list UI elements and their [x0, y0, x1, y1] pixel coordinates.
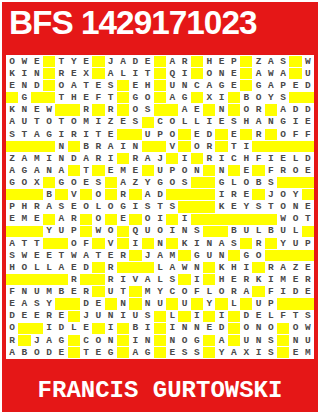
blank-cell: [154, 104, 166, 115]
blank-cell: [117, 238, 129, 249]
letter-cell: P: [302, 238, 314, 249]
letter-cell: I: [178, 214, 190, 225]
letter-cell: N: [43, 165, 55, 176]
blank-cell: [178, 311, 190, 322]
letter-cell: A: [6, 165, 18, 176]
blank-cell: [166, 214, 178, 225]
letter-cell: O: [31, 347, 43, 358]
letter-cell: O: [166, 117, 178, 128]
letter-cell: D: [240, 311, 252, 322]
letter-cell: O: [68, 117, 80, 128]
blank-cell: [6, 92, 18, 103]
letter-cell: R: [265, 262, 277, 273]
letter-cell: N: [178, 80, 190, 91]
letter-cell: E: [6, 214, 18, 225]
letter-cell: U: [240, 335, 252, 346]
letter-cell: R: [117, 250, 129, 261]
author-name: FRANCIS GURTOWSKI: [2, 377, 318, 404]
letter-cell: G: [18, 165, 30, 176]
letter-cell: E: [92, 80, 104, 91]
letter-cell: F: [252, 153, 264, 164]
letter-cell: A: [105, 68, 117, 79]
letter-cell: L: [289, 153, 301, 164]
letter-cell: G: [105, 347, 117, 358]
blank-cell: [92, 323, 104, 334]
blank-cell: [228, 214, 240, 225]
blank-cell: [203, 189, 215, 200]
letter-cell: L: [265, 311, 277, 322]
letter-cell: O: [191, 141, 203, 152]
letter-cell: U: [277, 226, 289, 237]
letter-cell: E: [31, 56, 43, 67]
letter-cell: B: [129, 323, 141, 334]
letter-cell: U: [105, 286, 117, 297]
letter-cell: O: [240, 323, 252, 334]
letter-cell: R: [6, 335, 18, 346]
letter-cell: N: [18, 286, 30, 297]
letter-cell: A: [6, 117, 18, 128]
letter-cell: J: [142, 250, 154, 261]
blank-cell: [215, 214, 227, 225]
letter-cell: I: [289, 117, 301, 128]
blank-cell: [215, 141, 227, 152]
letter-cell: H: [240, 153, 252, 164]
letter-cell: U: [178, 298, 190, 309]
letter-cell: R: [129, 153, 141, 164]
letter-cell: I: [117, 311, 129, 322]
letter-cell: F: [92, 92, 104, 103]
blank-cell: [18, 335, 30, 346]
letter-cell: Y: [289, 189, 301, 200]
cover-title: BFS 1429171023: [9, 3, 309, 42]
blank-cell: [142, 141, 154, 152]
letter-cell: O: [240, 177, 252, 188]
letter-cell: T: [55, 56, 67, 67]
letter-cell: I: [215, 189, 227, 200]
letter-cell: A: [129, 347, 141, 358]
blank-cell: [129, 262, 141, 273]
blank-cell: [302, 189, 314, 200]
letter-cell: R: [92, 153, 104, 164]
letter-cell: B: [43, 189, 55, 200]
blank-cell: [277, 323, 289, 334]
letter-cell: N: [215, 104, 227, 115]
letter-cell: C: [191, 80, 203, 91]
letter-cell: T: [117, 286, 129, 297]
blank-cell: [31, 189, 43, 200]
letter-cell: T: [228, 141, 240, 152]
letter-cell: Q: [166, 68, 178, 79]
letter-cell: O: [240, 104, 252, 115]
letter-cell: I: [277, 286, 289, 297]
blank-cell: [18, 189, 30, 200]
letter-cell: I: [55, 129, 67, 140]
letter-cell: K: [215, 262, 227, 273]
letter-cell: E: [142, 56, 154, 67]
letter-cell: N: [166, 335, 178, 346]
letter-cell: Z: [252, 56, 264, 67]
letter-cell: N: [154, 238, 166, 249]
letter-cell: L: [228, 298, 240, 309]
blank-cell: [203, 201, 215, 212]
letter-cell: O: [80, 201, 92, 212]
letter-cell: I: [240, 262, 252, 273]
letter-cell: F: [80, 238, 92, 249]
letter-cell: F: [302, 129, 314, 140]
blank-cell: [68, 335, 80, 346]
letter-cell: K: [215, 201, 227, 212]
letter-cell: T: [31, 238, 43, 249]
letter-cell: N: [105, 335, 117, 346]
blank-cell: [18, 323, 30, 334]
letter-cell: H: [215, 274, 227, 285]
letter-cell: E: [55, 311, 67, 322]
letter-cell: N: [117, 298, 129, 309]
letter-cell: N: [265, 117, 277, 128]
blank-cell: [265, 104, 277, 115]
letter-cell: S: [142, 201, 154, 212]
blank-cell: [228, 165, 240, 176]
letter-cell: U: [142, 226, 154, 237]
letter-cell: W: [302, 323, 314, 334]
blank-cell: [142, 117, 154, 128]
letter-cell: M: [142, 286, 154, 297]
blank-cell: [80, 274, 92, 285]
letter-cell: D: [31, 80, 43, 91]
blank-cell: [43, 238, 55, 249]
letter-cell: E: [240, 165, 252, 176]
letter-cell: D: [129, 56, 141, 67]
letter-cell: E: [166, 347, 178, 358]
letter-cell: E: [191, 104, 203, 115]
letter-cell: T: [18, 238, 30, 249]
letter-cell: U: [55, 226, 67, 237]
letter-cell: D: [80, 262, 92, 273]
letter-cell: E: [117, 214, 129, 225]
letter-cell: S: [166, 274, 178, 285]
letter-cell: Y: [43, 226, 55, 237]
blank-cell: [117, 92, 129, 103]
letter-cell: T: [92, 129, 104, 140]
letter-cell: O: [92, 214, 104, 225]
letter-cell: I: [191, 274, 203, 285]
letter-cell: T: [55, 117, 67, 128]
blank-cell: [154, 80, 166, 91]
letter-cell: N: [31, 68, 43, 79]
letter-cell: A: [18, 298, 30, 309]
blank-cell: [252, 165, 264, 176]
blank-cell: [154, 141, 166, 152]
letter-cell: O: [178, 335, 190, 346]
letter-cell: D: [68, 153, 80, 164]
letter-cell: I: [252, 347, 264, 358]
letter-cell: Y: [154, 286, 166, 297]
letter-cell: E: [129, 80, 141, 91]
letter-cell: R: [31, 201, 43, 212]
blank-cell: [302, 226, 314, 237]
blank-cell: [92, 104, 104, 115]
letter-cell: Y: [277, 238, 289, 249]
letter-cell: S: [178, 177, 190, 188]
letter-cell: H: [228, 262, 240, 273]
letter-cell: R: [277, 165, 289, 176]
letter-cell: E: [228, 68, 240, 79]
letter-cell: R: [240, 274, 252, 285]
letter-cell: A: [154, 250, 166, 261]
letter-cell: N: [18, 80, 30, 91]
letter-cell: N: [191, 323, 203, 334]
letter-cell: O: [215, 286, 227, 297]
blank-cell: [240, 129, 252, 140]
letter-cell: O: [203, 68, 215, 79]
letter-cell: A: [55, 262, 67, 273]
letter-cell: E: [68, 201, 80, 212]
letter-cell: E: [277, 153, 289, 164]
letter-cell: U: [302, 335, 314, 346]
letter-cell: S: [277, 92, 289, 103]
blank-cell: [18, 141, 30, 152]
blank-cell: [302, 298, 314, 309]
letter-cell: N: [142, 298, 154, 309]
blank-cell: [92, 286, 104, 297]
letter-cell: N: [215, 250, 227, 261]
letter-cell: Y: [203, 298, 215, 309]
letter-cell: T: [80, 165, 92, 176]
letter-cell: Z: [129, 177, 141, 188]
letter-cell: A: [178, 104, 190, 115]
blank-cell: [43, 177, 55, 188]
letter-cell: N: [215, 165, 227, 176]
letter-cell: T: [18, 129, 30, 140]
letter-cell: E: [289, 274, 301, 285]
letter-cell: O: [92, 335, 104, 346]
letter-cell: R: [302, 274, 314, 285]
letter-cell: R: [203, 153, 215, 164]
letter-cell: V: [105, 238, 117, 249]
letter-cell: Z: [105, 117, 117, 128]
blank-cell: [228, 335, 240, 346]
letter-cell: U: [154, 165, 166, 176]
letter-cell: W: [18, 250, 30, 261]
letter-cell: R: [203, 141, 215, 152]
blank-cell: [265, 250, 277, 261]
blank-cell: [55, 298, 67, 309]
letter-cell: I: [265, 153, 277, 164]
blank-cell: [178, 129, 190, 140]
letter-cell: K: [252, 274, 264, 285]
blank-cell: [252, 286, 264, 297]
letter-cell: U: [129, 311, 141, 322]
letter-cell: D: [6, 311, 18, 322]
blank-cell: [178, 189, 190, 200]
blank-cell: [289, 177, 301, 188]
blank-cell: [154, 323, 166, 334]
letter-cell: A: [142, 274, 154, 285]
letter-cell: T: [154, 201, 166, 212]
letter-cell: V: [166, 141, 178, 152]
letter-cell: N: [105, 311, 117, 322]
blank-cell: [68, 104, 80, 115]
blank-cell: [228, 323, 240, 334]
letter-cell: I: [178, 68, 190, 79]
letter-cell: L: [203, 286, 215, 297]
letter-cell: A: [80, 250, 92, 261]
blank-cell: [68, 165, 80, 176]
letter-cell: G: [117, 201, 129, 212]
letter-cell: C: [80, 335, 92, 346]
blank-cell: [203, 104, 215, 115]
letter-cell: N: [142, 335, 154, 346]
letter-cell: I: [105, 323, 117, 334]
letter-cell: E: [289, 80, 301, 91]
letter-cell: O: [142, 214, 154, 225]
blank-cell: [68, 347, 80, 358]
blank-cell: [228, 311, 240, 322]
blank-cell: [142, 238, 154, 249]
letter-cell: S: [265, 335, 277, 346]
letter-cell: S: [302, 311, 314, 322]
blank-cell: [92, 238, 104, 249]
letter-cell: T: [302, 214, 314, 225]
letter-cell: U: [142, 129, 154, 140]
letter-cell: E: [129, 165, 141, 176]
blank-cell: [166, 238, 178, 249]
letter-cell: A: [265, 80, 277, 91]
letter-cell: O: [265, 323, 277, 334]
letter-cell: M: [277, 274, 289, 285]
blank-cell: [203, 262, 215, 273]
letter-cell: N: [215, 68, 227, 79]
letter-cell: L: [191, 117, 203, 128]
letter-cell: E: [68, 68, 80, 79]
letter-cell: E: [68, 262, 80, 273]
letter-cell: I: [215, 153, 227, 164]
letter-cell: N: [252, 323, 264, 334]
blank-cell: [240, 214, 252, 225]
blank-cell: [154, 311, 166, 322]
letter-cell: E: [105, 165, 117, 176]
blank-cell: [18, 226, 30, 237]
blank-cell: [117, 153, 129, 164]
letter-cell: P: [6, 201, 18, 212]
blank-cell: [191, 298, 203, 309]
blank-cell: [43, 56, 55, 67]
letter-cell: A: [43, 201, 55, 212]
letter-cell: D: [302, 80, 314, 91]
letter-cell: G: [215, 177, 227, 188]
letter-cell: A: [228, 347, 240, 358]
blank-cell: [265, 129, 277, 140]
letter-cell: A: [31, 129, 43, 140]
letter-cell: O: [105, 201, 117, 212]
letter-cell: I: [166, 226, 178, 237]
letter-cell: E: [92, 298, 104, 309]
letter-cell: E: [92, 347, 104, 358]
letter-cell: O: [43, 117, 55, 128]
letter-cell: I: [117, 141, 129, 152]
letter-cell: X: [240, 347, 252, 358]
blank-cell: [18, 274, 30, 285]
letter-cell: X: [80, 68, 92, 79]
letter-cell: O: [68, 177, 80, 188]
letter-cell: N: [178, 323, 190, 334]
blank-cell: [302, 250, 314, 261]
letter-cell: M: [302, 347, 314, 358]
blank-cell: [92, 274, 104, 285]
letter-cell: I: [191, 311, 203, 322]
letter-cell: V: [68, 189, 80, 200]
letter-cell: A: [166, 56, 178, 67]
blank-cell: [203, 274, 215, 285]
letter-cell: N: [191, 262, 203, 273]
blank-cell: [277, 347, 289, 358]
blank-cell: [240, 68, 252, 79]
blank-cell: [191, 153, 203, 164]
blank-cell: [240, 56, 252, 67]
letter-cell: W: [302, 56, 314, 67]
letter-cell: Y: [240, 201, 252, 212]
blank-cell: [240, 80, 252, 91]
letter-cell: E: [228, 129, 240, 140]
blank-cell: [80, 189, 92, 200]
letter-cell: A: [166, 92, 178, 103]
blank-cell: [178, 250, 190, 261]
letter-cell: S: [129, 117, 141, 128]
blank-cell: [68, 298, 80, 309]
letter-cell: M: [80, 117, 92, 128]
blank-cell: [6, 226, 18, 237]
letter-cell: J: [80, 311, 92, 322]
letter-cell: H: [142, 80, 154, 91]
letter-cell: Q: [129, 226, 141, 237]
blank-cell: [6, 141, 18, 152]
letter-cell: G: [142, 347, 154, 358]
letter-cell: S: [277, 56, 289, 67]
letter-cell: A: [6, 238, 18, 249]
letter-cell: E: [252, 311, 264, 322]
letter-cell: A: [215, 238, 227, 249]
letter-cell: E: [80, 177, 92, 188]
letter-cell: L: [92, 201, 104, 212]
blank-cell: [43, 214, 55, 225]
blank-cell: [43, 141, 55, 152]
letter-cell: G: [18, 92, 30, 103]
letter-cell: F: [265, 286, 277, 297]
letter-cell: E: [302, 201, 314, 212]
blank-cell: [203, 177, 215, 188]
letter-cell: D: [43, 347, 55, 358]
letter-cell: D: [154, 189, 166, 200]
letter-cell: G: [154, 177, 166, 188]
blank-cell: [252, 262, 264, 273]
letter-cell: T: [92, 250, 104, 261]
blank-cell: [6, 189, 18, 200]
letter-cell: G: [43, 129, 55, 140]
letter-cell: E: [240, 189, 252, 200]
letter-cell: L: [117, 68, 129, 79]
letter-cell: M: [43, 286, 55, 297]
letter-cell: A: [277, 104, 289, 115]
letter-cell: E: [18, 311, 30, 322]
letter-cell: I: [129, 68, 141, 79]
letter-cell: W: [18, 56, 30, 67]
letter-cell: S: [92, 177, 104, 188]
letter-cell: B: [252, 177, 264, 188]
letter-cell: S: [178, 347, 190, 358]
letter-cell: R: [252, 129, 264, 140]
blank-cell: [166, 189, 178, 200]
letter-cell: U: [302, 68, 314, 79]
